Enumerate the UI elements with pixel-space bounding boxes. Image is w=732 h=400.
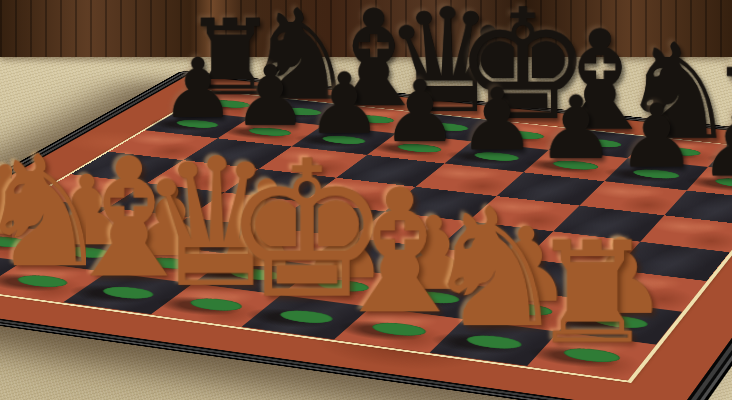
table-cloth-surface: ♜♞♝♛♚♝♞♜♟♟♟♟♟♟♟♟♟♟♟♟♟♟♟♟♜♞♝♛♚♝♞♜ — [0, 0, 732, 400]
white-rook-glyph: ♜ — [487, 223, 698, 363]
chess-photo-stage: ♜♞♝♛♚♝♞♜♟♟♟♟♟♟♟♟♟♟♟♟♟♟♟♟♜♞♝♛♚♝♞♜ — [0, 0, 732, 400]
chess-board: ♜♞♝♛♚♝♞♜♟♟♟♟♟♟♟♟♟♟♟♟♟♟♟♟♜♞♝♛♚♝♞♜ — [0, 71, 732, 400]
